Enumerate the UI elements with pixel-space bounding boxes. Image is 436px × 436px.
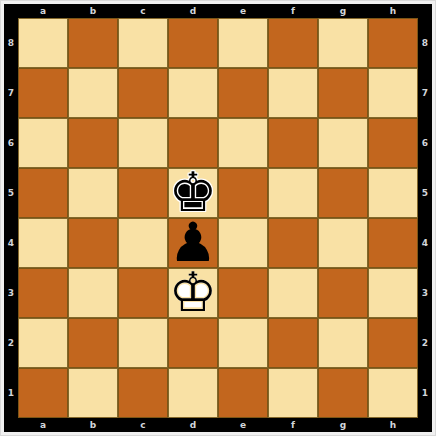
rank-label-4-right: 4 [418, 218, 432, 268]
rank-label-3-left: 3 [4, 268, 18, 318]
rank-label-8-right: 8 [418, 18, 432, 68]
rank-label-2-left: 2 [4, 318, 18, 368]
rank-label-7-left: 7 [4, 68, 18, 118]
rank-label-8-left: 8 [4, 18, 18, 68]
square-e5[interactable] [218, 168, 268, 218]
chessboard-screenshot: abcdefgh8877665♚54♟43♚♔32211abcdefgh [0, 0, 436, 436]
square-c7[interactable] [118, 68, 168, 118]
frame-corner [4, 4, 18, 18]
square-c2[interactable] [118, 318, 168, 368]
square-b8[interactable] [68, 18, 118, 68]
square-g6[interactable] [318, 118, 368, 168]
square-c3[interactable] [118, 268, 168, 318]
rank-label-7-right: 7 [418, 68, 432, 118]
square-a1[interactable] [18, 368, 68, 418]
square-b4[interactable] [68, 218, 118, 268]
square-e7[interactable] [218, 68, 268, 118]
black-king-glyph: ♚ [168, 168, 218, 218]
square-f1[interactable] [268, 368, 318, 418]
white-king-glyph: ♔ [168, 268, 218, 318]
square-c6[interactable] [118, 118, 168, 168]
file-label-b-bottom: b [68, 418, 118, 432]
square-c1[interactable] [118, 368, 168, 418]
square-g1[interactable] [318, 368, 368, 418]
file-label-g-top: g [318, 4, 368, 18]
file-label-f-top: f [268, 4, 318, 18]
file-label-h-bottom: h [368, 418, 418, 432]
file-label-b-top: b [68, 4, 118, 18]
square-b5[interactable] [68, 168, 118, 218]
square-e4[interactable] [218, 218, 268, 268]
square-d4[interactable]: ♟ [168, 218, 218, 268]
square-f6[interactable] [268, 118, 318, 168]
square-d3[interactable]: ♚♔ [168, 268, 218, 318]
square-a8[interactable] [18, 18, 68, 68]
file-label-f-bottom: f [268, 418, 318, 432]
square-e1[interactable] [218, 368, 268, 418]
rank-label-6-left: 6 [4, 118, 18, 168]
square-f5[interactable] [268, 168, 318, 218]
square-h6[interactable] [368, 118, 418, 168]
square-e6[interactable] [218, 118, 268, 168]
square-b2[interactable] [68, 318, 118, 368]
square-a7[interactable] [18, 68, 68, 118]
file-label-c-bottom: c [118, 418, 168, 432]
square-g7[interactable] [318, 68, 368, 118]
square-h8[interactable] [368, 18, 418, 68]
square-h7[interactable] [368, 68, 418, 118]
square-f8[interactable] [268, 18, 318, 68]
square-a4[interactable] [18, 218, 68, 268]
square-d1[interactable] [168, 368, 218, 418]
file-label-h-top: h [368, 4, 418, 18]
frame-corner [418, 418, 432, 432]
square-b1[interactable] [68, 368, 118, 418]
file-label-a-bottom: a [18, 418, 68, 432]
square-d8[interactable] [168, 18, 218, 68]
square-d7[interactable] [168, 68, 218, 118]
square-d2[interactable] [168, 318, 218, 368]
black-pawn[interactable]: ♟ [168, 218, 218, 268]
rank-label-2-right: 2 [418, 318, 432, 368]
rank-label-5-left: 5 [4, 168, 18, 218]
square-h4[interactable] [368, 218, 418, 268]
square-h3[interactable] [368, 268, 418, 318]
file-label-a-top: a [18, 4, 68, 18]
file-label-c-top: c [118, 4, 168, 18]
rank-label-4-left: 4 [4, 218, 18, 268]
frame-corner [418, 4, 432, 18]
square-g8[interactable] [318, 18, 368, 68]
square-f7[interactable] [268, 68, 318, 118]
rank-label-6-right: 6 [418, 118, 432, 168]
square-f3[interactable] [268, 268, 318, 318]
white-king-fill: ♚ [168, 268, 218, 318]
rank-label-1-right: 1 [418, 368, 432, 418]
square-c8[interactable] [118, 18, 168, 68]
square-a6[interactable] [18, 118, 68, 168]
chess-board-frame: abcdefgh8877665♚54♟43♚♔32211abcdefgh [4, 4, 432, 432]
rank-label-3-right: 3 [418, 268, 432, 318]
frame-corner [4, 418, 18, 432]
square-a3[interactable] [18, 268, 68, 318]
rank-label-1-left: 1 [4, 368, 18, 418]
square-g5[interactable] [318, 168, 368, 218]
file-label-d-bottom: d [168, 418, 218, 432]
square-b7[interactable] [68, 68, 118, 118]
file-label-d-top: d [168, 4, 218, 18]
square-g3[interactable] [318, 268, 368, 318]
rank-label-5-right: 5 [418, 168, 432, 218]
white-king[interactable]: ♚♔ [168, 268, 218, 318]
square-d6[interactable] [168, 118, 218, 168]
square-a5[interactable] [18, 168, 68, 218]
square-c4[interactable] [118, 218, 168, 268]
square-h1[interactable] [368, 368, 418, 418]
square-h2[interactable] [368, 318, 418, 368]
square-b3[interactable] [68, 268, 118, 318]
square-e2[interactable] [218, 318, 268, 368]
square-f4[interactable] [268, 218, 318, 268]
file-label-e-bottom: e [218, 418, 268, 432]
square-b6[interactable] [68, 118, 118, 168]
square-e8[interactable] [218, 18, 268, 68]
square-c5[interactable] [118, 168, 168, 218]
square-d5[interactable]: ♚ [168, 168, 218, 218]
square-f2[interactable] [268, 318, 318, 368]
file-label-g-bottom: g [318, 418, 368, 432]
square-h5[interactable] [368, 168, 418, 218]
square-e3[interactable] [218, 268, 268, 318]
square-g2[interactable] [318, 318, 368, 368]
file-label-e-top: e [218, 4, 268, 18]
square-a2[interactable] [18, 318, 68, 368]
black-pawn-glyph: ♟ [168, 218, 218, 268]
black-king[interactable]: ♚ [168, 168, 218, 218]
square-g4[interactable] [318, 218, 368, 268]
